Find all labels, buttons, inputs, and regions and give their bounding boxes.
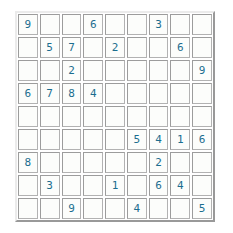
cell-r8c5[interactable]: 1: [105, 175, 125, 196]
cell-r6c1[interactable]: [18, 129, 38, 150]
cell-r9c9[interactable]: 5: [192, 198, 212, 219]
cell-r8c9[interactable]: [192, 175, 212, 196]
cell-r2c4[interactable]: [83, 37, 103, 58]
cell-r5c6[interactable]: [127, 106, 147, 127]
cell-r9c4[interactable]: [83, 198, 103, 219]
cell-r6c7[interactable]: 4: [149, 129, 169, 150]
cell-r4c6[interactable]: [127, 83, 147, 104]
cell-r4c2[interactable]: 7: [40, 83, 60, 104]
cell-r2c8[interactable]: 6: [170, 37, 190, 58]
cell-r6c9[interactable]: 6: [192, 129, 212, 150]
cell-r9c1[interactable]: [18, 198, 38, 219]
cell-r1c9[interactable]: [192, 14, 212, 35]
cell-r1c1[interactable]: 9: [18, 14, 38, 35]
cell-r5c2[interactable]: [40, 106, 60, 127]
cell-r2c7[interactable]: [149, 37, 169, 58]
cell-r9c5[interactable]: [105, 198, 125, 219]
cell-r7c6[interactable]: [127, 152, 147, 173]
cell-r2c5[interactable]: 2: [105, 37, 125, 58]
sudoku-page: 96357262967845416823164945: [0, 0, 233, 233]
cell-r8c3[interactable]: [62, 175, 82, 196]
cell-r6c2[interactable]: [40, 129, 60, 150]
cell-r8c1[interactable]: [18, 175, 38, 196]
cell-r6c5[interactable]: [105, 129, 125, 150]
cell-r3c9[interactable]: 9: [192, 60, 212, 81]
cell-r9c7[interactable]: [149, 198, 169, 219]
cell-r3c6[interactable]: [127, 60, 147, 81]
cell-r5c4[interactable]: [83, 106, 103, 127]
cell-r7c2[interactable]: [40, 152, 60, 173]
cell-r3c1[interactable]: [18, 60, 38, 81]
cell-r5c7[interactable]: [149, 106, 169, 127]
cell-r7c9[interactable]: [192, 152, 212, 173]
cell-r1c7[interactable]: 3: [149, 14, 169, 35]
cell-r7c4[interactable]: [83, 152, 103, 173]
cell-r9c2[interactable]: [40, 198, 60, 219]
cell-r6c4[interactable]: [83, 129, 103, 150]
cell-r1c6[interactable]: [127, 14, 147, 35]
cell-r9c3[interactable]: 9: [62, 198, 82, 219]
cell-r1c5[interactable]: [105, 14, 125, 35]
cell-r9c6[interactable]: 4: [127, 198, 147, 219]
cell-r2c1[interactable]: [18, 37, 38, 58]
cell-r8c8[interactable]: 4: [170, 175, 190, 196]
cell-r2c3[interactable]: 7: [62, 37, 82, 58]
cell-r4c5[interactable]: [105, 83, 125, 104]
cell-r3c2[interactable]: [40, 60, 60, 81]
cell-r2c2[interactable]: 5: [40, 37, 60, 58]
cell-r5c8[interactable]: [170, 106, 190, 127]
cell-r6c3[interactable]: [62, 129, 82, 150]
cell-r9c8[interactable]: [170, 198, 190, 219]
cell-r5c5[interactable]: [105, 106, 125, 127]
cell-r2c9[interactable]: [192, 37, 212, 58]
cell-r8c7[interactable]: 6: [149, 175, 169, 196]
cell-r8c6[interactable]: [127, 175, 147, 196]
cell-r4c8[interactable]: [170, 83, 190, 104]
cell-r5c9[interactable]: [192, 106, 212, 127]
cell-r4c9[interactable]: [192, 83, 212, 104]
cell-r5c1[interactable]: [18, 106, 38, 127]
cell-r2c6[interactable]: [127, 37, 147, 58]
cell-r8c4[interactable]: [83, 175, 103, 196]
cell-r7c8[interactable]: [170, 152, 190, 173]
cell-r7c7[interactable]: 2: [149, 152, 169, 173]
cell-r4c1[interactable]: 6: [18, 83, 38, 104]
cell-r3c4[interactable]: [83, 60, 103, 81]
sudoku-board: 96357262967845416823164945: [15, 11, 215, 222]
cell-r1c2[interactable]: [40, 14, 60, 35]
cell-r3c3[interactable]: 2: [62, 60, 82, 81]
cell-r3c8[interactable]: [170, 60, 190, 81]
cell-r7c5[interactable]: [105, 152, 125, 173]
cell-r8c2[interactable]: 3: [40, 175, 60, 196]
cell-r6c8[interactable]: 1: [170, 129, 190, 150]
cell-r3c7[interactable]: [149, 60, 169, 81]
cell-r7c3[interactable]: [62, 152, 82, 173]
cell-r1c3[interactable]: [62, 14, 82, 35]
cell-r3c5[interactable]: [105, 60, 125, 81]
cell-r1c4[interactable]: 6: [83, 14, 103, 35]
cell-r4c3[interactable]: 8: [62, 83, 82, 104]
cell-r7c1[interactable]: 8: [18, 152, 38, 173]
cell-r4c4[interactable]: 4: [83, 83, 103, 104]
cell-r6c6[interactable]: 5: [127, 129, 147, 150]
cell-r1c8[interactable]: [170, 14, 190, 35]
cell-r5c3[interactable]: [62, 106, 82, 127]
cell-r4c7[interactable]: [149, 83, 169, 104]
